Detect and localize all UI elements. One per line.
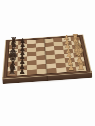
- product-photo-canvas: ♜♞♝♛♚♝♞♜♟♟♟♟♟♟♟♟♟♟♟♟♟♟♟♟♜♞♝♛♚♝♞♜: [0, 0, 95, 126]
- chess-board: [2, 34, 92, 79]
- square-h6: [27, 69, 37, 75]
- square-h1: [76, 66, 87, 71]
- square-h3: [56, 67, 66, 72]
- chess-set-photo[interactable]: ♜♞♝♛♚♝♞♜♟♟♟♟♟♟♟♟♟♟♟♟♟♟♟♟♜♞♝♛♚♝♞♜: [0, 0, 95, 126]
- square-h8: [7, 71, 17, 77]
- square-h7: [17, 70, 27, 76]
- square-h4: [46, 68, 56, 73]
